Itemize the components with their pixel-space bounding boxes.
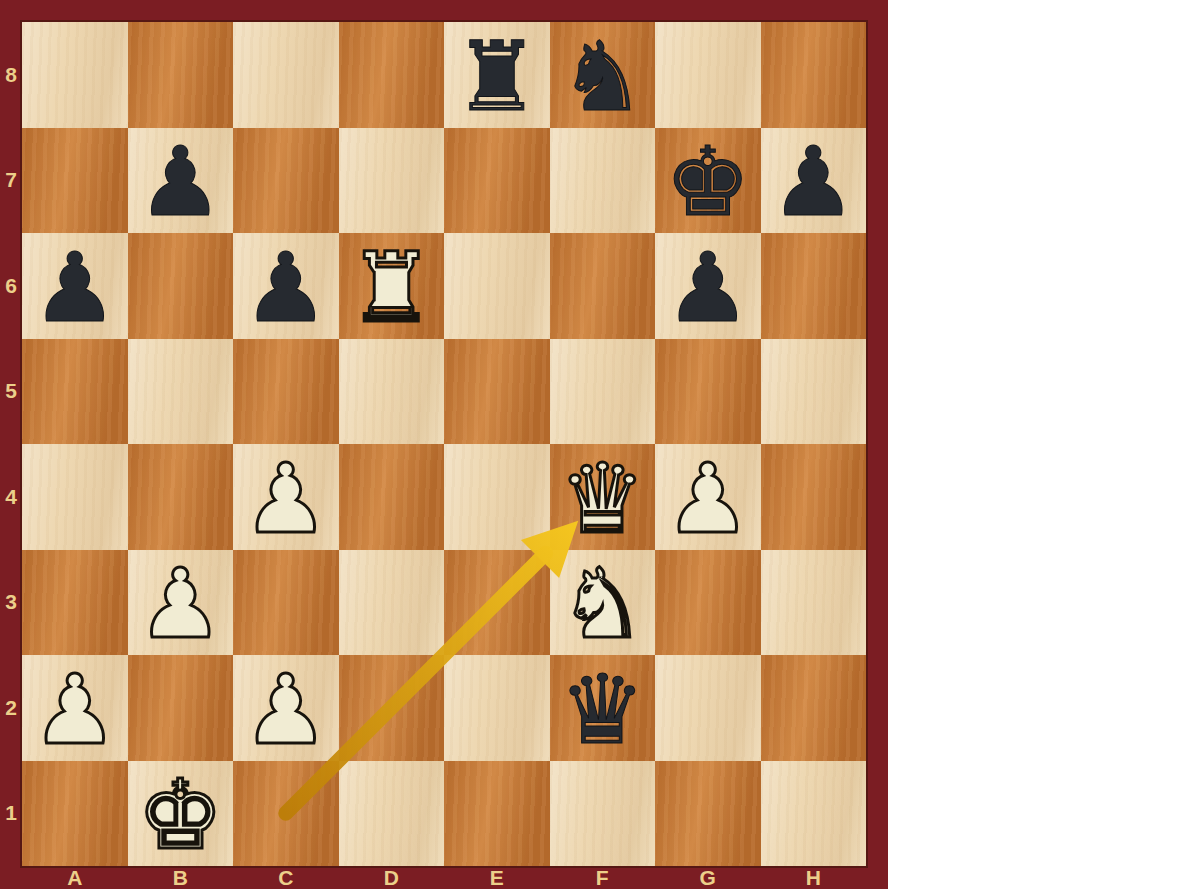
square-c7[interactable] — [233, 128, 339, 234]
square-e8[interactable]: ♜ — [444, 22, 550, 128]
file-labels: ABCDEFGH — [22, 866, 866, 889]
square-c6[interactable]: ♟ — [233, 233, 339, 339]
square-g2[interactable] — [655, 655, 761, 761]
square-h6[interactable] — [761, 233, 867, 339]
square-f7[interactable] — [550, 128, 656, 234]
square-f8[interactable]: ♞ — [550, 22, 656, 128]
square-d2[interactable] — [339, 655, 445, 761]
square-h3[interactable] — [761, 550, 867, 656]
file-label-A: A — [22, 866, 128, 889]
square-b8[interactable] — [128, 22, 234, 128]
square-g5[interactable] — [655, 339, 761, 445]
square-a5[interactable] — [22, 339, 128, 445]
square-g6[interactable]: ♟ — [655, 233, 761, 339]
square-h2[interactable] — [761, 655, 867, 761]
square-f2[interactable]: ♛ — [550, 655, 656, 761]
rank-label-7: 7 — [0, 128, 22, 234]
square-c1[interactable] — [233, 761, 339, 867]
square-a3[interactable] — [22, 550, 128, 656]
file-label-G: G — [655, 866, 761, 889]
file-label-B: B — [128, 866, 234, 889]
square-e6[interactable] — [444, 233, 550, 339]
square-d7[interactable] — [339, 128, 445, 234]
black-queen-icon[interactable]: ♛ — [559, 662, 645, 758]
black-knight-icon[interactable]: ♞ — [559, 29, 645, 125]
square-a8[interactable] — [22, 22, 128, 128]
square-g1[interactable] — [655, 761, 761, 867]
square-a4[interactable] — [22, 444, 128, 550]
square-c2[interactable]: ♟ — [233, 655, 339, 761]
square-f5[interactable] — [550, 339, 656, 445]
rank-labels: 87654321 — [0, 22, 22, 866]
square-g3[interactable] — [655, 550, 761, 656]
white-knight-icon[interactable]: ♞ — [559, 556, 645, 652]
black-pawn-icon[interactable]: ♟ — [137, 134, 223, 230]
file-label-F: F — [550, 866, 656, 889]
square-b1[interactable]: ♚ — [128, 761, 234, 867]
page: 87654321 ♜♞♟♚♟♟♟♜♟♟♛♟♟♞♟♟♛♚ ABCDEFGH — [0, 0, 1200, 889]
square-e1[interactable] — [444, 761, 550, 867]
square-d5[interactable] — [339, 339, 445, 445]
black-rook-icon[interactable]: ♜ — [454, 29, 540, 125]
square-f3[interactable]: ♞ — [550, 550, 656, 656]
square-f1[interactable] — [550, 761, 656, 867]
square-a7[interactable] — [22, 128, 128, 234]
black-king-icon[interactable]: ♚ — [665, 134, 751, 230]
black-pawn-icon[interactable]: ♟ — [32, 240, 118, 336]
square-h4[interactable] — [761, 444, 867, 550]
square-e3[interactable] — [444, 550, 550, 656]
square-h8[interactable] — [761, 22, 867, 128]
white-pawn-icon[interactable]: ♟ — [243, 451, 329, 547]
chess-board-frame: 87654321 ♜♞♟♚♟♟♟♜♟♟♛♟♟♞♟♟♛♚ ABCDEFGH — [0, 0, 888, 889]
square-h1[interactable] — [761, 761, 867, 867]
square-d8[interactable] — [339, 22, 445, 128]
square-b5[interactable] — [128, 339, 234, 445]
square-b6[interactable] — [128, 233, 234, 339]
square-d4[interactable] — [339, 444, 445, 550]
rank-label-6: 6 — [0, 233, 22, 339]
square-c3[interactable] — [233, 550, 339, 656]
square-e4[interactable] — [444, 444, 550, 550]
white-pawn-icon[interactable]: ♟ — [243, 662, 329, 758]
white-rook-icon[interactable]: ♜ — [348, 240, 434, 336]
square-e2[interactable] — [444, 655, 550, 761]
black-pawn-icon[interactable]: ♟ — [665, 240, 751, 336]
square-b2[interactable] — [128, 655, 234, 761]
square-f4[interactable]: ♛ — [550, 444, 656, 550]
square-a6[interactable]: ♟ — [22, 233, 128, 339]
white-pawn-icon[interactable]: ♟ — [137, 556, 223, 652]
rank-label-1: 1 — [0, 761, 22, 867]
square-b7[interactable]: ♟ — [128, 128, 234, 234]
square-a2[interactable]: ♟ — [22, 655, 128, 761]
file-label-C: C — [233, 866, 339, 889]
rank-label-2: 2 — [0, 655, 22, 761]
square-g7[interactable]: ♚ — [655, 128, 761, 234]
white-queen-icon[interactable]: ♛ — [559, 451, 645, 547]
rank-label-4: 4 — [0, 444, 22, 550]
square-c8[interactable] — [233, 22, 339, 128]
square-g8[interactable] — [655, 22, 761, 128]
square-e7[interactable] — [444, 128, 550, 234]
black-pawn-icon[interactable]: ♟ — [243, 240, 329, 336]
square-b3[interactable]: ♟ — [128, 550, 234, 656]
square-d1[interactable] — [339, 761, 445, 867]
square-a1[interactable] — [22, 761, 128, 867]
square-e5[interactable] — [444, 339, 550, 445]
rank-label-5: 5 — [0, 339, 22, 445]
white-king-icon[interactable]: ♚ — [137, 767, 223, 863]
file-label-E: E — [444, 866, 550, 889]
white-pawn-icon[interactable]: ♟ — [32, 662, 118, 758]
white-pawn-icon[interactable]: ♟ — [665, 451, 751, 547]
square-f6[interactable] — [550, 233, 656, 339]
square-h7[interactable]: ♟ — [761, 128, 867, 234]
file-label-D: D — [339, 866, 445, 889]
square-c5[interactable] — [233, 339, 339, 445]
square-g4[interactable]: ♟ — [655, 444, 761, 550]
rank-label-8: 8 — [0, 22, 22, 128]
file-label-H: H — [761, 866, 867, 889]
square-b4[interactable] — [128, 444, 234, 550]
chess-board[interactable]: ♜♞♟♚♟♟♟♜♟♟♛♟♟♞♟♟♛♚ — [22, 22, 866, 866]
square-d3[interactable] — [339, 550, 445, 656]
black-pawn-icon[interactable]: ♟ — [770, 134, 856, 230]
square-h5[interactable] — [761, 339, 867, 445]
square-d6[interactable]: ♜ — [339, 233, 445, 339]
rank-label-3: 3 — [0, 550, 22, 656]
square-c4[interactable]: ♟ — [233, 444, 339, 550]
